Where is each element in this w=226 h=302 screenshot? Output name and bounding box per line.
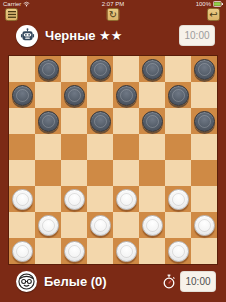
app-screen: Carrier 2:07 PM 100% ↻ ↩ xyxy=(0,0,226,302)
board-square[interactable] xyxy=(9,160,35,186)
white-player-clock: 10:00 xyxy=(180,271,216,292)
board-square[interactable] xyxy=(9,212,35,238)
carrier-label: Carrier xyxy=(3,0,21,8)
board-square[interactable] xyxy=(61,186,87,212)
wifi-icon xyxy=(23,1,30,7)
board-square[interactable] xyxy=(113,134,139,160)
black-checker[interactable] xyxy=(194,59,215,80)
board-square[interactable] xyxy=(191,212,217,238)
board-square[interactable] xyxy=(191,186,217,212)
board-square[interactable] xyxy=(165,82,191,108)
black-checker[interactable] xyxy=(194,111,215,132)
board-square[interactable] xyxy=(9,108,35,134)
white-checker[interactable] xyxy=(64,189,85,210)
board-square[interactable] xyxy=(113,56,139,82)
board-square[interactable] xyxy=(9,134,35,160)
white-checker[interactable] xyxy=(168,241,189,262)
board-square[interactable] xyxy=(87,212,113,238)
battery-icon xyxy=(213,1,223,7)
carrier-status: Carrier xyxy=(3,0,30,8)
board-square[interactable] xyxy=(35,212,61,238)
board-square[interactable] xyxy=(113,212,139,238)
avatar-black-player xyxy=(16,25,38,47)
board-square[interactable] xyxy=(61,212,87,238)
board-square[interactable] xyxy=(165,212,191,238)
black-checker[interactable] xyxy=(142,59,163,80)
human-face-icon xyxy=(18,273,35,290)
white-checker[interactable] xyxy=(116,189,137,210)
white-player-name: Белые (0) xyxy=(44,274,107,289)
board-square[interactable] xyxy=(61,108,87,134)
board-square[interactable] xyxy=(35,108,61,134)
stopwatch-icon xyxy=(162,274,176,289)
board-square[interactable] xyxy=(165,56,191,82)
board-square[interactable] xyxy=(61,134,87,160)
board-square[interactable] xyxy=(139,238,165,264)
board-square[interactable] xyxy=(87,108,113,134)
white-clock-value: 10:00 xyxy=(185,276,210,287)
board-square[interactable] xyxy=(191,160,217,186)
board-square[interactable] xyxy=(139,160,165,186)
board[interactable] xyxy=(8,55,218,265)
board-square[interactable] xyxy=(87,134,113,160)
board-square[interactable] xyxy=(35,160,61,186)
board-square[interactable] xyxy=(87,82,113,108)
board-square[interactable] xyxy=(139,82,165,108)
black-checker[interactable] xyxy=(168,85,189,106)
board-square[interactable] xyxy=(35,82,61,108)
board-square[interactable] xyxy=(113,238,139,264)
board-square[interactable] xyxy=(35,56,61,82)
undo-icon: ↩ xyxy=(209,10,217,20)
board-square[interactable] xyxy=(9,186,35,212)
black-checker[interactable] xyxy=(116,85,137,106)
board-square[interactable] xyxy=(165,160,191,186)
board-square[interactable] xyxy=(113,108,139,134)
black-checker[interactable] xyxy=(12,85,33,106)
white-checker[interactable] xyxy=(64,241,85,262)
black-checker[interactable] xyxy=(38,111,59,132)
clock-status-label: 2:07 PM xyxy=(102,0,124,8)
board-square[interactable] xyxy=(35,186,61,212)
black-player-name: Черные ★★ xyxy=(45,28,122,43)
robot-icon xyxy=(20,28,35,43)
board-square[interactable] xyxy=(139,212,165,238)
board-square[interactable] xyxy=(61,82,87,108)
board-square[interactable] xyxy=(87,186,113,212)
white-checker[interactable] xyxy=(116,241,137,262)
status-bar: Carrier 2:07 PM 100% xyxy=(0,0,226,8)
board-square[interactable] xyxy=(87,56,113,82)
board-square[interactable] xyxy=(191,238,217,264)
board-square[interactable] xyxy=(35,134,61,160)
bottom-player-row: Белые (0) 10:00 xyxy=(0,270,226,293)
white-checker[interactable] xyxy=(12,241,33,262)
board-square[interactable] xyxy=(61,238,87,264)
restart-button[interactable]: ↻ xyxy=(107,8,120,21)
black-clock-value: 10:00 xyxy=(184,30,209,41)
board-square[interactable] xyxy=(139,134,165,160)
board-square[interactable] xyxy=(61,56,87,82)
undo-button[interactable]: ↩ xyxy=(207,8,220,21)
board-square[interactable] xyxy=(113,82,139,108)
white-checker[interactable] xyxy=(168,189,189,210)
white-checker[interactable] xyxy=(38,215,59,236)
board-square[interactable] xyxy=(139,186,165,212)
white-checker[interactable] xyxy=(90,215,111,236)
board-square[interactable] xyxy=(191,108,217,134)
menu-button[interactable] xyxy=(5,8,18,21)
black-checker[interactable] xyxy=(64,85,85,106)
board-square[interactable] xyxy=(165,186,191,212)
battery-percent-label: 100% xyxy=(196,0,211,8)
black-player-clock: 10:00 xyxy=(179,25,215,46)
board-square[interactable] xyxy=(139,108,165,134)
battery-status: 100% xyxy=(196,0,223,8)
board-square[interactable] xyxy=(191,82,217,108)
board-square[interactable] xyxy=(87,160,113,186)
black-checker[interactable] xyxy=(90,59,111,80)
board-square[interactable] xyxy=(9,82,35,108)
white-checker[interactable] xyxy=(142,215,163,236)
board-square[interactable] xyxy=(61,160,87,186)
board-square[interactable] xyxy=(9,56,35,82)
white-checker[interactable] xyxy=(12,189,33,210)
refresh-icon: ↻ xyxy=(109,10,117,20)
board-square[interactable] xyxy=(35,238,61,264)
top-player-row: Черные ★★ 10:00 xyxy=(0,24,226,47)
black-checker[interactable] xyxy=(90,111,111,132)
board-square[interactable] xyxy=(139,56,165,82)
hamburger-menu-icon xyxy=(8,11,16,18)
board-square[interactable] xyxy=(165,108,191,134)
board-square[interactable] xyxy=(191,134,217,160)
board-square[interactable] xyxy=(113,186,139,212)
board-square[interactable] xyxy=(165,238,191,264)
board-square[interactable] xyxy=(191,56,217,82)
black-checker[interactable] xyxy=(142,111,163,132)
avatar-white-player xyxy=(16,271,37,292)
white-checker[interactable] xyxy=(194,215,215,236)
board-square[interactable] xyxy=(9,238,35,264)
board-square[interactable] xyxy=(87,238,113,264)
black-checker[interactable] xyxy=(38,59,59,80)
board-square[interactable] xyxy=(165,134,191,160)
board-square[interactable] xyxy=(113,160,139,186)
